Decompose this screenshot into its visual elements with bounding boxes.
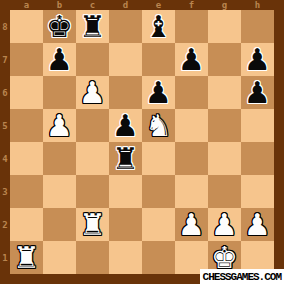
piece-white-pawn[interactable]: ♟ xyxy=(76,76,109,109)
square-d7[interactable] xyxy=(109,43,142,76)
square-b3[interactable] xyxy=(43,175,76,208)
file-label-g: g xyxy=(208,0,241,10)
square-b6[interactable] xyxy=(43,76,76,109)
square-e2[interactable] xyxy=(142,208,175,241)
square-f4[interactable] xyxy=(175,142,208,175)
square-e4[interactable] xyxy=(142,142,175,175)
square-b7[interactable]: ♟ xyxy=(43,43,76,76)
file-label-d: d xyxy=(109,0,142,10)
square-f6[interactable] xyxy=(175,76,208,109)
file-label-h: h xyxy=(241,0,274,10)
chess-diagram-frame: abcdefgh 87654321 ♚♜♝♟♟♟♟♟♟♟♟♞♜♜♟♟♟♜♚ CH… xyxy=(0,0,284,284)
square-g5[interactable] xyxy=(208,109,241,142)
file-label-f: f xyxy=(175,0,208,10)
rank-label-7: 7 xyxy=(0,43,10,76)
square-h5[interactable] xyxy=(241,109,274,142)
square-g3[interactable] xyxy=(208,175,241,208)
square-b8[interactable]: ♚ xyxy=(43,10,76,43)
watermark-text: CHESSGAMES.COM xyxy=(203,271,281,283)
square-g8[interactable] xyxy=(208,10,241,43)
rank-label-2: 2 xyxy=(0,208,10,241)
piece-white-pawn[interactable]: ♟ xyxy=(208,208,241,241)
rank-label-8: 8 xyxy=(0,10,10,43)
square-c6[interactable]: ♟ xyxy=(76,76,109,109)
square-b2[interactable] xyxy=(43,208,76,241)
piece-black-bishop[interactable]: ♝ xyxy=(142,10,175,43)
square-h3[interactable] xyxy=(241,175,274,208)
square-d6[interactable] xyxy=(109,76,142,109)
piece-black-pawn[interactable]: ♟ xyxy=(241,76,274,109)
square-f7[interactable]: ♟ xyxy=(175,43,208,76)
piece-black-rook[interactable]: ♜ xyxy=(76,10,109,43)
square-a4[interactable] xyxy=(10,142,43,175)
rank-label-1: 1 xyxy=(0,241,10,274)
square-a5[interactable] xyxy=(10,109,43,142)
square-h8[interactable] xyxy=(241,10,274,43)
square-a7[interactable] xyxy=(10,43,43,76)
square-g7[interactable] xyxy=(208,43,241,76)
rank-labels: 87654321 xyxy=(0,10,10,274)
square-a6[interactable] xyxy=(10,76,43,109)
square-c7[interactable] xyxy=(76,43,109,76)
piece-white-pawn[interactable]: ♟ xyxy=(241,208,274,241)
square-d1[interactable] xyxy=(109,241,142,274)
piece-white-pawn[interactable]: ♟ xyxy=(43,109,76,142)
square-e7[interactable] xyxy=(142,43,175,76)
square-e5[interactable]: ♞ xyxy=(142,109,175,142)
square-d3[interactable] xyxy=(109,175,142,208)
square-g4[interactable] xyxy=(208,142,241,175)
piece-black-pawn[interactable]: ♟ xyxy=(109,109,142,142)
square-c2[interactable]: ♜ xyxy=(76,208,109,241)
square-c1[interactable] xyxy=(76,241,109,274)
square-a2[interactable] xyxy=(10,208,43,241)
square-g2[interactable]: ♟ xyxy=(208,208,241,241)
square-c8[interactable]: ♜ xyxy=(76,10,109,43)
piece-black-rook[interactable]: ♜ xyxy=(109,142,142,175)
rank-label-4: 4 xyxy=(0,142,10,175)
square-e6[interactable]: ♟ xyxy=(142,76,175,109)
square-c4[interactable] xyxy=(76,142,109,175)
file-label-a: a xyxy=(10,0,43,10)
square-e3[interactable] xyxy=(142,175,175,208)
square-f5[interactable] xyxy=(175,109,208,142)
board: ♚♜♝♟♟♟♟♟♟♟♟♞♜♜♟♟♟♜♚ xyxy=(10,10,274,274)
rank-label-6: 6 xyxy=(0,76,10,109)
piece-white-rook[interactable]: ♜ xyxy=(76,208,109,241)
square-a3[interactable] xyxy=(10,175,43,208)
piece-white-rook[interactable]: ♜ xyxy=(10,241,43,274)
square-f2[interactable]: ♟ xyxy=(175,208,208,241)
square-f8[interactable] xyxy=(175,10,208,43)
square-d2[interactable] xyxy=(109,208,142,241)
square-e8[interactable]: ♝ xyxy=(142,10,175,43)
square-b5[interactable]: ♟ xyxy=(43,109,76,142)
square-c3[interactable] xyxy=(76,175,109,208)
square-b1[interactable] xyxy=(43,241,76,274)
square-d4[interactable]: ♜ xyxy=(109,142,142,175)
piece-black-pawn[interactable]: ♟ xyxy=(175,43,208,76)
square-h4[interactable] xyxy=(241,142,274,175)
square-b4[interactable] xyxy=(43,142,76,175)
square-g6[interactable] xyxy=(208,76,241,109)
piece-black-pawn[interactable]: ♟ xyxy=(142,76,175,109)
square-d5[interactable]: ♟ xyxy=(109,109,142,142)
piece-white-pawn[interactable]: ♟ xyxy=(175,208,208,241)
square-a8[interactable] xyxy=(10,10,43,43)
watermark: CHESSGAMES.COM xyxy=(200,269,284,284)
square-h7[interactable]: ♟ xyxy=(241,43,274,76)
piece-black-pawn[interactable]: ♟ xyxy=(43,43,76,76)
square-c5[interactable] xyxy=(76,109,109,142)
piece-black-king[interactable]: ♚ xyxy=(43,10,76,43)
square-e1[interactable] xyxy=(142,241,175,274)
square-f3[interactable] xyxy=(175,175,208,208)
piece-white-knight[interactable]: ♞ xyxy=(142,109,175,142)
square-d8[interactable] xyxy=(109,10,142,43)
rank-label-3: 3 xyxy=(0,175,10,208)
rank-label-5: 5 xyxy=(0,109,10,142)
square-h2[interactable]: ♟ xyxy=(241,208,274,241)
square-a1[interactable]: ♜ xyxy=(10,241,43,274)
piece-black-pawn[interactable]: ♟ xyxy=(241,43,274,76)
square-h6[interactable]: ♟ xyxy=(241,76,274,109)
